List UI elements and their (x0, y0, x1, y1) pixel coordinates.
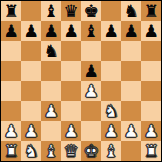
square-g1[interactable] (121, 141, 141, 161)
white-bishop-icon[interactable]: ♝ (103, 141, 118, 161)
square-g5[interactable] (121, 61, 141, 81)
white-pawn-icon[interactable]: ♟ (3, 121, 18, 141)
black-pawn-icon[interactable]: ♟ (123, 21, 138, 41)
square-g8[interactable]: ♞ (121, 1, 141, 21)
square-h4[interactable] (141, 81, 161, 101)
white-pawn-icon[interactable]: ♟ (103, 121, 118, 141)
black-rook-icon[interactable]: ♜ (3, 1, 18, 21)
black-bishop-icon[interactable]: ♝ (43, 1, 58, 21)
square-d2[interactable]: ♟ (61, 121, 81, 141)
square-h7[interactable]: ♟ (141, 21, 161, 41)
square-a6[interactable] (1, 41, 21, 61)
square-h2[interactable]: ♟ (141, 121, 161, 141)
square-f1[interactable]: ♝ (101, 141, 121, 161)
square-g2[interactable]: ♟ (121, 121, 141, 141)
square-h5[interactable] (141, 61, 161, 81)
black-pawn-icon[interactable]: ♟ (23, 21, 38, 41)
chess-board: ♜♝♛♚♞♜♟♟♟♟♝♟♟♟♞♟♟♟♞♟♟♟♟♟♟♜♞♝♛♚♝♜ (0, 0, 162, 162)
white-knight-icon[interactable]: ♞ (23, 141, 38, 161)
square-b6[interactable] (21, 41, 41, 61)
square-f4[interactable] (101, 81, 121, 101)
square-g4[interactable] (121, 81, 141, 101)
square-b3[interactable] (21, 101, 41, 121)
square-a2[interactable]: ♟ (1, 121, 21, 141)
white-rook-icon[interactable]: ♜ (143, 141, 158, 161)
black-pawn-icon[interactable]: ♟ (3, 21, 18, 41)
square-e8[interactable]: ♚ (81, 1, 101, 21)
square-b1[interactable]: ♞ (21, 141, 41, 161)
square-g3[interactable] (121, 101, 141, 121)
square-h3[interactable] (141, 101, 161, 121)
square-f7[interactable]: ♟ (101, 21, 121, 41)
square-a4[interactable] (1, 81, 21, 101)
white-pawn-icon[interactable]: ♟ (23, 121, 38, 141)
square-c7[interactable]: ♟ (41, 21, 61, 41)
black-queen-icon[interactable]: ♛ (63, 1, 78, 21)
white-knight-icon[interactable]: ♞ (103, 101, 118, 121)
black-knight-icon[interactable]: ♞ (123, 1, 138, 21)
square-d3[interactable] (61, 101, 81, 121)
square-c3[interactable]: ♟ (41, 101, 61, 121)
black-knight-icon[interactable]: ♞ (43, 41, 58, 61)
square-d6[interactable] (61, 41, 81, 61)
square-f6[interactable] (101, 41, 121, 61)
square-a8[interactable]: ♜ (1, 1, 21, 21)
white-pawn-icon[interactable]: ♟ (143, 121, 158, 141)
white-king-icon[interactable]: ♚ (83, 141, 98, 161)
square-c5[interactable] (41, 61, 61, 81)
square-e4[interactable]: ♟ (81, 81, 101, 101)
square-g6[interactable] (121, 41, 141, 61)
square-g7[interactable]: ♟ (121, 21, 141, 41)
square-a7[interactable]: ♟ (1, 21, 21, 41)
square-e1[interactable]: ♚ (81, 141, 101, 161)
square-e5[interactable]: ♟ (81, 61, 101, 81)
square-b5[interactable] (21, 61, 41, 81)
white-pawn-icon[interactable]: ♟ (123, 121, 138, 141)
square-c8[interactable]: ♝ (41, 1, 61, 21)
square-a1[interactable]: ♜ (1, 141, 21, 161)
square-d5[interactable] (61, 61, 81, 81)
black-pawn-icon[interactable]: ♟ (143, 21, 158, 41)
square-f5[interactable] (101, 61, 121, 81)
square-b2[interactable]: ♟ (21, 121, 41, 141)
white-bishop-icon[interactable]: ♝ (43, 141, 58, 161)
square-c6[interactable]: ♞ (41, 41, 61, 61)
square-d1[interactable]: ♛ (61, 141, 81, 161)
square-d7[interactable]: ♟ (61, 21, 81, 41)
square-d8[interactable]: ♛ (61, 1, 81, 21)
black-pawn-icon[interactable]: ♟ (43, 21, 58, 41)
square-d4[interactable] (61, 81, 81, 101)
white-pawn-icon[interactable]: ♟ (43, 101, 58, 121)
square-c2[interactable] (41, 121, 61, 141)
square-h8[interactable]: ♜ (141, 1, 161, 21)
black-pawn-icon[interactable]: ♟ (103, 21, 118, 41)
square-c1[interactable]: ♝ (41, 141, 61, 161)
square-f8[interactable] (101, 1, 121, 21)
square-e7[interactable]: ♝ (81, 21, 101, 41)
white-pawn-icon[interactable]: ♟ (83, 81, 98, 101)
black-rook-icon[interactable]: ♜ (143, 1, 158, 21)
square-b7[interactable]: ♟ (21, 21, 41, 41)
square-e6[interactable] (81, 41, 101, 61)
black-bishop-icon[interactable]: ♝ (83, 21, 98, 41)
square-c4[interactable] (41, 81, 61, 101)
black-king-icon[interactable]: ♚ (83, 1, 98, 21)
black-pawn-icon[interactable]: ♟ (63, 21, 78, 41)
square-b4[interactable] (21, 81, 41, 101)
square-f2[interactable]: ♟ (101, 121, 121, 141)
square-e2[interactable] (81, 121, 101, 141)
square-a5[interactable] (1, 61, 21, 81)
black-pawn-icon[interactable]: ♟ (83, 61, 98, 81)
square-b8[interactable] (21, 1, 41, 21)
square-h1[interactable]: ♜ (141, 141, 161, 161)
white-rook-icon[interactable]: ♜ (3, 141, 18, 161)
square-a3[interactable] (1, 101, 21, 121)
white-pawn-icon[interactable]: ♟ (63, 121, 78, 141)
white-queen-icon[interactable]: ♛ (63, 141, 78, 161)
square-h6[interactable] (141, 41, 161, 61)
square-f3[interactable]: ♞ (101, 101, 121, 121)
square-e3[interactable] (81, 101, 101, 121)
